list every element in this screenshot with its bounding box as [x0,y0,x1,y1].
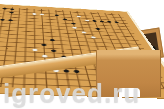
watermark: igroved.ru [3,78,140,109]
hoshi-point [5,48,7,49]
goban-product-photo: ●●●●●●●●●●●●●●●●●●●●●●●●●●●●●●●●●●●●●●●●… [0,0,164,109]
hoshi-point [103,25,105,26]
hoshi-point [57,22,59,23]
hoshi-point [62,50,64,51]
